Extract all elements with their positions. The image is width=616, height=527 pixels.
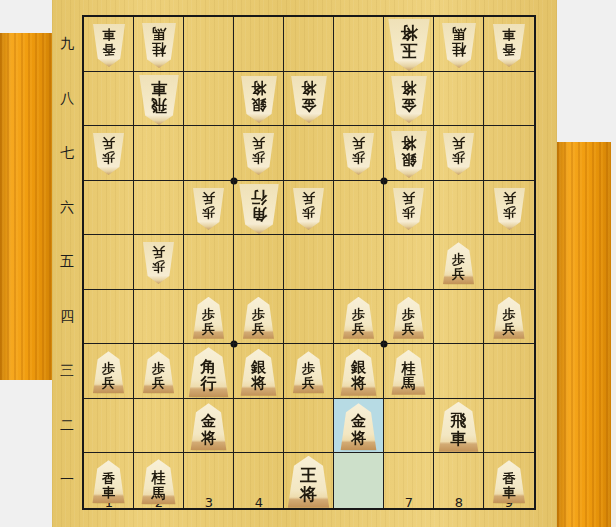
piece-rook[interactable]: 飛車 — [138, 75, 180, 125]
piece-kanji: 兵 — [102, 137, 115, 151]
shogi-app: 九八七六五四三二一 123456789 香車桂馬玉将桂馬香車飛車銀将金将金将歩兵… — [0, 0, 616, 527]
square-8-6[interactable] — [434, 181, 484, 236]
piece-pawn[interactable]: 歩兵 — [92, 133, 125, 175]
piece-pawn[interactable]: 歩兵 — [142, 351, 175, 393]
piece-silver-general[interactable]: 銀将 — [240, 349, 278, 396]
piece-silver-general[interactable]: 銀将 — [340, 349, 378, 396]
piece-kanji: 車 — [503, 28, 516, 42]
piece-kanji: 銀 — [251, 359, 266, 375]
piece-kanji: 歩 — [302, 361, 315, 375]
piece-pawn[interactable]: 歩兵 — [242, 297, 275, 339]
square-2-6[interactable] — [134, 181, 184, 236]
square-2-1[interactable]: 桂馬 — [134, 453, 184, 508]
piece-kanji: 歩 — [252, 307, 265, 321]
square-3-1[interactable] — [184, 453, 234, 508]
square-7-3[interactable]: 桂馬 — [384, 344, 434, 399]
piece-kanji: 兵 — [452, 137, 465, 151]
piece-kanji: 将 — [351, 430, 366, 446]
piece-kanji: 角 — [251, 206, 267, 223]
piece-kanji: 歩 — [302, 206, 315, 220]
piece-kanji: 兵 — [252, 137, 265, 151]
square-4-7[interactable]: 歩兵 — [234, 126, 284, 181]
piece-kanji: 兵 — [302, 375, 315, 389]
rank-label: 五 — [52, 235, 82, 290]
piece-lance[interactable]: 香車 — [92, 460, 126, 503]
piece-pawn[interactable]: 歩兵 — [342, 133, 375, 175]
piece-kanji: 歩 — [402, 206, 415, 220]
piece-kanji: 馬 — [152, 27, 166, 42]
square-6-5[interactable] — [334, 235, 384, 290]
piece-kanji: 兵 — [402, 321, 415, 335]
square-8-5[interactable]: 歩兵 — [434, 235, 484, 290]
square-4-1[interactable] — [234, 453, 284, 508]
piece-lance[interactable]: 香車 — [492, 460, 526, 503]
board-grid: 香車桂馬玉将桂馬香車飛車銀将金将金将歩兵歩兵歩兵銀将歩兵歩兵角行歩兵歩兵歩兵歩兵… — [82, 15, 536, 510]
rank-label: 三 — [52, 344, 82, 399]
piece-kanji: 兵 — [452, 266, 465, 280]
square-1-3[interactable]: 歩兵 — [84, 344, 134, 399]
piece-kanji: 将 — [401, 80, 416, 96]
square-9-2[interactable] — [484, 399, 534, 454]
piece-gold-general[interactable]: 金将 — [340, 403, 378, 450]
square-2-4[interactable] — [134, 290, 184, 345]
square-6-8[interactable] — [334, 72, 384, 127]
piece-kanji: 車 — [102, 28, 115, 42]
square-2-2[interactable] — [134, 399, 184, 454]
square-4-2[interactable] — [234, 399, 284, 454]
square-1-5[interactable] — [84, 235, 134, 290]
square-7-1[interactable] — [384, 453, 434, 508]
square-5-4[interactable] — [284, 290, 334, 345]
square-1-9[interactable]: 香車 — [84, 17, 134, 72]
square-6-7[interactable]: 歩兵 — [334, 126, 384, 181]
piece-kanji: 兵 — [352, 321, 365, 335]
square-7-7[interactable]: 銀将 — [384, 126, 434, 181]
square-6-9[interactable] — [334, 17, 384, 72]
square-6-3[interactable]: 銀将 — [334, 344, 384, 399]
piece-kanji: 歩 — [352, 307, 365, 321]
piece-pawn[interactable]: 歩兵 — [192, 188, 225, 230]
piece-gold-general[interactable]: 金将 — [290, 76, 328, 123]
square-8-8[interactable] — [434, 72, 484, 127]
piece-pawn[interactable]: 歩兵 — [442, 133, 475, 175]
piece-pawn[interactable]: 歩兵 — [92, 351, 125, 393]
square-2-7[interactable] — [134, 126, 184, 181]
piece-kanji: 兵 — [503, 192, 516, 206]
square-2-5[interactable]: 歩兵 — [134, 235, 184, 290]
piece-kanji: 兵 — [402, 192, 415, 206]
piece-pawn[interactable]: 歩兵 — [342, 297, 375, 339]
square-6-1[interactable] — [334, 453, 384, 508]
piece-kanji: 銀 — [401, 151, 416, 167]
piece-kanji: 兵 — [152, 246, 165, 260]
piece-kanji: 車 — [102, 485, 115, 499]
piece-rook[interactable]: 飛車 — [438, 402, 480, 452]
piece-kanji: 将 — [400, 24, 417, 42]
piece-kanji: 将 — [300, 485, 317, 503]
piece-kanji: 馬 — [402, 375, 416, 390]
square-7-8[interactable]: 金将 — [384, 72, 434, 127]
square-1-1[interactable]: 香車 — [84, 453, 134, 508]
piece-kanji: 将 — [251, 80, 266, 96]
square-4-8[interactable]: 銀将 — [234, 72, 284, 127]
rank-label: 八 — [52, 72, 82, 127]
piece-kanji: 銀 — [251, 97, 266, 113]
piece-kanji: 桂 — [452, 42, 466, 57]
piece-kanji: 角 — [201, 358, 217, 375]
piece-kanji: 兵 — [102, 375, 115, 389]
square-1-7[interactable]: 歩兵 — [84, 126, 134, 181]
square-1-2[interactable] — [84, 399, 134, 454]
piece-pawn[interactable]: 歩兵 — [442, 242, 475, 284]
piece-kanji: 桂 — [152, 469, 166, 484]
piece-kanji: 将 — [201, 430, 216, 446]
piece-kanji: 歩 — [503, 307, 516, 321]
piece-kanji: 玉 — [400, 42, 417, 60]
square-3-8[interactable] — [184, 72, 234, 127]
square-7-9[interactable]: 玉将 — [384, 17, 434, 72]
piece-kanji: 馬 — [152, 485, 166, 500]
square-9-5[interactable] — [484, 235, 534, 290]
square-3-2[interactable]: 金将 — [184, 399, 234, 454]
square-2-9[interactable]: 桂馬 — [134, 17, 184, 72]
piece-kanji: 歩 — [102, 361, 115, 375]
square-5-5[interactable] — [284, 235, 334, 290]
piece-knight[interactable]: 桂馬 — [141, 23, 177, 68]
square-8-3[interactable] — [434, 344, 484, 399]
piece-bishop[interactable]: 角行 — [188, 347, 230, 397]
piece-kanji: 歩 — [452, 252, 465, 266]
square-8-9[interactable]: 桂馬 — [434, 17, 484, 72]
piece-kanji: 兵 — [503, 321, 516, 335]
piece-kanji: 金 — [201, 413, 216, 429]
piece-knight[interactable]: 桂馬 — [441, 23, 477, 68]
piece-silver-general[interactable]: 銀将 — [390, 131, 428, 178]
piece-kanji: 桂 — [402, 360, 416, 375]
piece-bishop[interactable]: 角行 — [238, 184, 280, 234]
square-3-5[interactable] — [184, 235, 234, 290]
piece-kanji: 兵 — [152, 375, 165, 389]
piece-kanji: 歩 — [252, 151, 265, 165]
piece-kanji: 王 — [300, 466, 317, 484]
square-9-9[interactable]: 香車 — [484, 17, 534, 72]
piece-pawn[interactable]: 歩兵 — [493, 297, 526, 339]
piece-kanji: 歩 — [202, 206, 215, 220]
square-7-6[interactable]: 歩兵 — [384, 181, 434, 236]
square-1-8[interactable] — [84, 72, 134, 127]
piece-kanji: 香 — [102, 471, 115, 485]
piece-kanji: 歩 — [503, 206, 516, 220]
piece-kanji: 将 — [401, 135, 416, 151]
square-3-4[interactable]: 歩兵 — [184, 290, 234, 345]
square-9-7[interactable] — [484, 126, 534, 181]
square-2-3[interactable]: 歩兵 — [134, 344, 184, 399]
square-5-1[interactable]: 王将 — [284, 453, 334, 508]
piece-kanji: 行 — [201, 375, 217, 392]
piece-king[interactable]: 王将 — [287, 456, 331, 508]
square-4-4[interactable]: 歩兵 — [234, 290, 284, 345]
shogi-board: 九八七六五四三二一 123456789 香車桂馬玉将桂馬香車飛車銀将金将金将歩兵… — [52, 0, 557, 527]
piece-kanji: 将 — [351, 375, 366, 391]
square-4-3[interactable]: 銀将 — [234, 344, 284, 399]
rank-labels: 九八七六五四三二一 — [52, 17, 82, 508]
piece-kanji: 銀 — [351, 359, 366, 375]
piece-pawn[interactable]: 歩兵 — [392, 188, 425, 230]
piece-kanji: 香 — [503, 471, 516, 485]
piece-kanji: 香 — [102, 42, 115, 56]
left-wood-panel — [0, 33, 52, 380]
rank-label: 四 — [52, 290, 82, 345]
piece-kanji: 馬 — [452, 27, 466, 42]
square-5-6[interactable]: 歩兵 — [284, 181, 334, 236]
piece-gold-general[interactable]: 金将 — [190, 403, 228, 450]
square-3-6[interactable]: 歩兵 — [184, 181, 234, 236]
square-1-6[interactable] — [84, 181, 134, 236]
piece-kanji: 行 — [251, 188, 267, 205]
square-9-6[interactable]: 歩兵 — [484, 181, 534, 236]
piece-kanji: 車 — [503, 485, 516, 499]
piece-pawn[interactable]: 歩兵 — [292, 188, 325, 230]
piece-kanji: 将 — [251, 375, 266, 391]
square-6-4[interactable]: 歩兵 — [334, 290, 384, 345]
piece-kanji: 歩 — [152, 260, 165, 274]
piece-jeweled-king[interactable]: 玉将 — [387, 19, 431, 71]
square-3-7[interactable] — [184, 126, 234, 181]
piece-silver-general[interactable]: 銀将 — [240, 76, 278, 123]
piece-kanji: 桂 — [152, 42, 166, 57]
square-2-8[interactable]: 飛車 — [134, 72, 184, 127]
square-4-6[interactable]: 角行 — [234, 181, 284, 236]
piece-knight[interactable]: 桂馬 — [141, 459, 177, 504]
piece-kanji: 歩 — [452, 151, 465, 165]
piece-knight[interactable]: 桂馬 — [391, 350, 427, 395]
square-9-1[interactable]: 香車 — [484, 453, 534, 508]
square-8-4[interactable] — [434, 290, 484, 345]
square-6-6[interactable] — [334, 181, 384, 236]
right-wood-panel — [557, 142, 611, 527]
piece-kanji: 兵 — [352, 137, 365, 151]
square-7-4[interactable]: 歩兵 — [384, 290, 434, 345]
piece-kanji: 兵 — [202, 192, 215, 206]
piece-pawn[interactable]: 歩兵 — [142, 242, 175, 284]
square-5-7[interactable] — [284, 126, 334, 181]
rank-label: 二 — [52, 399, 82, 454]
rank-label: 九 — [52, 17, 82, 72]
piece-lance[interactable]: 香車 — [492, 24, 526, 67]
square-9-3[interactable] — [484, 344, 534, 399]
piece-kanji: 兵 — [252, 321, 265, 335]
piece-kanji: 金 — [301, 97, 316, 113]
piece-kanji: 金 — [351, 413, 366, 429]
square-5-8[interactable]: 金将 — [284, 72, 334, 127]
rank-label: 七 — [52, 126, 82, 181]
rank-label: 六 — [52, 181, 82, 236]
piece-kanji: 歩 — [102, 151, 115, 165]
piece-pawn[interactable]: 歩兵 — [242, 133, 275, 175]
piece-kanji: 歩 — [402, 307, 415, 321]
piece-kanji: 飛 — [151, 97, 167, 114]
square-4-9[interactable] — [234, 17, 284, 72]
piece-kanji: 車 — [151, 79, 167, 96]
piece-gold-general[interactable]: 金将 — [390, 76, 428, 123]
square-3-3[interactable]: 角行 — [184, 344, 234, 399]
piece-pawn[interactable]: 歩兵 — [192, 297, 225, 339]
piece-kanji: 香 — [503, 42, 516, 56]
piece-kanji: 歩 — [352, 151, 365, 165]
piece-pawn[interactable]: 歩兵 — [493, 188, 526, 230]
piece-kanji: 歩 — [202, 307, 215, 321]
square-3-9[interactable] — [184, 17, 234, 72]
piece-kanji: 歩 — [152, 361, 165, 375]
square-8-1[interactable] — [434, 453, 484, 508]
piece-kanji: 将 — [301, 80, 316, 96]
square-8-7[interactable]: 歩兵 — [434, 126, 484, 181]
piece-pawn[interactable]: 歩兵 — [292, 351, 325, 393]
piece-lance[interactable]: 香車 — [92, 24, 126, 67]
square-5-9[interactable] — [284, 17, 334, 72]
square-7-5[interactable] — [384, 235, 434, 290]
piece-kanji: 兵 — [302, 192, 315, 206]
square-5-2[interactable] — [284, 399, 334, 454]
rank-label: 一 — [52, 453, 82, 508]
piece-kanji: 金 — [401, 97, 416, 113]
square-9-4[interactable]: 歩兵 — [484, 290, 534, 345]
piece-kanji: 車 — [451, 430, 467, 447]
square-4-5[interactable] — [234, 235, 284, 290]
square-7-2[interactable] — [384, 399, 434, 454]
piece-pawn[interactable]: 歩兵 — [392, 297, 425, 339]
square-1-4[interactable] — [84, 290, 134, 345]
piece-kanji: 兵 — [202, 321, 215, 335]
piece-kanji: 飛 — [451, 412, 467, 429]
square-8-2[interactable]: 飛車 — [434, 399, 484, 454]
square-9-8[interactable] — [484, 72, 534, 127]
square-5-3[interactable]: 歩兵 — [284, 344, 334, 399]
square-6-2[interactable]: 金将 — [334, 399, 384, 454]
